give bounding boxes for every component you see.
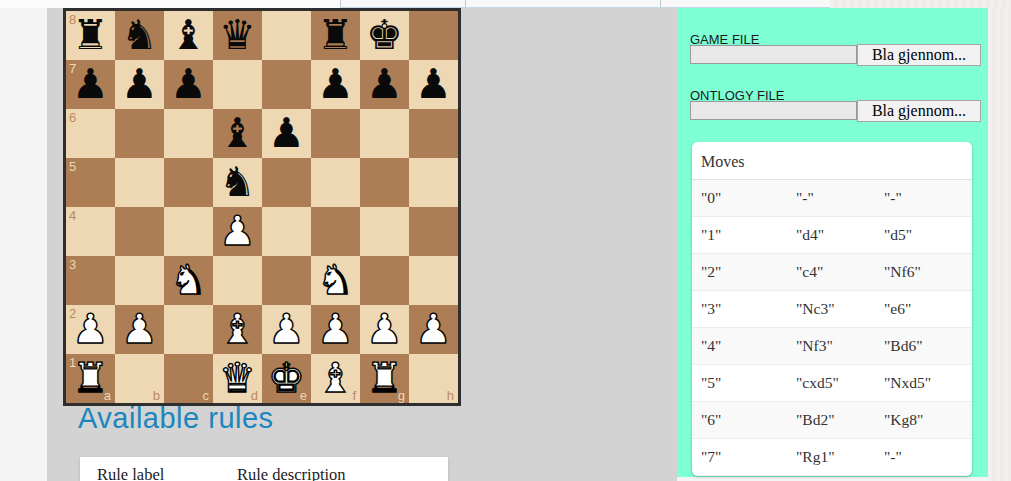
rank-label-7: 7 [69,62,76,75]
square-e4 [262,207,311,256]
square-f3: ♞ [311,256,360,305]
black-move: "Kg8" [884,411,972,429]
square-c3: ♞ [164,256,213,305]
square-c4 [164,207,213,256]
square-h1: h [409,354,458,403]
file-label-e: e [300,389,307,402]
move-number: "5" [701,374,796,392]
white-move: "d4" [796,226,884,244]
file-label-c: c [203,389,210,402]
chess-board: 8♜♞♝♛♜♚7♟♟♟♟♟♟6♝♟5♞4♟3♞♞2♟♟♝♟♟♟♟1a♜bcd♛e… [63,8,461,406]
square-d4: ♟ [213,207,262,256]
square-b8: ♞ [115,11,164,60]
square-b4 [115,207,164,256]
square-e6: ♟ [262,109,311,158]
black-move: "Nxd5" [884,374,972,392]
square-d2: ♝ [213,305,262,354]
file-label-f: f [352,389,356,402]
square-e3 [262,256,311,305]
square-g4 [360,207,409,256]
square-e1: e♚ [262,354,311,403]
piece-black-pawn-h7: ♟ [415,60,452,109]
black-move: "e6" [884,300,972,318]
move-row-0: "0""-""-" [692,180,972,217]
move-number: "1" [701,226,796,244]
square-b6 [115,109,164,158]
file-label-h: h [447,389,454,402]
piece-black-pawn-a7: ♟ [72,60,109,109]
square-c2 [164,305,213,354]
white-move: "Rg1" [796,448,884,466]
piece-white-knight-c3: ♞ [170,256,207,305]
header-strip-left [0,0,340,8]
move-number: "6" [701,411,796,429]
piece-white-pawn-d4: ♟ [219,207,256,256]
piece-black-bishop-c8: ♝ [170,11,207,60]
move-row-3: "3""Nc3""e6" [692,291,972,328]
square-e7 [262,60,311,109]
square-b3 [115,256,164,305]
rank-label-1: 1 [69,356,76,369]
square-e8 [262,11,311,60]
square-f4 [311,207,360,256]
move-number: "2" [701,263,796,281]
square-f7: ♟ [311,60,360,109]
rules-table: Rule label Rule description [80,457,448,481]
move-number: "4" [701,337,796,355]
black-move: "Bd6" [884,337,972,355]
square-a4: 4 [66,207,115,256]
move-row-4: "4""Nf3""Bd6" [692,328,972,365]
file-label-b: b [153,389,160,402]
square-h5 [409,158,458,207]
move-number: "3" [701,300,796,318]
piece-black-pawn-f7: ♟ [317,60,354,109]
header-strip-cell [465,0,661,8]
piece-black-knight-b8: ♞ [121,11,158,60]
rank-label-8: 8 [69,13,76,26]
square-g3 [360,256,409,305]
move-row-1: "1""d4""d5" [692,217,972,254]
square-e2: ♟ [262,305,311,354]
square-g8: ♚ [360,11,409,60]
square-d1: d♛ [213,354,262,403]
file-label-d: d [251,389,258,402]
piece-black-rook-a8: ♜ [72,11,109,60]
square-c1: c [164,354,213,403]
piece-white-pawn-f2: ♟ [317,305,354,354]
piece-white-pawn-e2: ♟ [268,305,305,354]
square-h6 [409,109,458,158]
square-b2: ♟ [115,305,164,354]
square-f5 [311,158,360,207]
white-move: "Bd2" [796,411,884,429]
rules-column-label: Rule label [97,465,237,481]
square-f6 [311,109,360,158]
piece-white-bishop-f1: ♝ [317,354,354,403]
header-strip-cell [340,0,466,8]
move-row-5: "5""cxd5""Nxd5" [692,365,972,402]
piece-black-bishop-d6: ♝ [219,109,256,158]
moves-table-body: "0""-""-""1""d4""d5""2""c4""Nf6""3""Nc3"… [692,180,972,476]
square-a7: 7♟ [66,60,115,109]
moves-table: Moves "0""-""-""1""d4""d5""2""c4""Nf6""3… [692,142,972,476]
right-margin [988,8,1011,481]
rank-label-6: 6 [69,111,76,124]
square-h7: ♟ [409,60,458,109]
square-a8: 8♜ [66,11,115,60]
white-move: "Nc3" [796,300,884,318]
rank-label-4: 4 [69,209,76,222]
move-row-7: "7""Rg1""-" [692,439,972,476]
piece-black-pawn-c7: ♟ [170,60,207,109]
side-panel: GAME FILE Bla gjennom... ONTLOGY FILE Bl… [677,8,988,477]
piece-black-king-g8: ♚ [366,11,403,60]
square-f8: ♜ [311,11,360,60]
piece-white-pawn-b2: ♟ [121,305,158,354]
white-move: "c4" [796,263,884,281]
square-g2: ♟ [360,305,409,354]
square-a1: 1a♜ [66,354,115,403]
square-g6 [360,109,409,158]
ontology-file-input[interactable] [690,101,857,120]
rules-column-description: Rule description [237,465,448,481]
square-d5: ♞ [213,158,262,207]
square-b7: ♟ [115,60,164,109]
square-a2: 2♟ [66,305,115,354]
move-number: "0" [701,189,796,207]
black-move: "Nf6" [884,263,972,281]
piece-white-knight-f3: ♞ [317,256,354,305]
square-g7: ♟ [360,60,409,109]
piece-white-pawn-g2: ♟ [366,305,403,354]
square-h4 [409,207,458,256]
piece-black-rook-f8: ♜ [317,11,354,60]
square-g1: g♜ [360,354,409,403]
file-label-a: a [104,389,111,402]
square-g5 [360,158,409,207]
file-label-g: g [398,389,405,402]
piece-black-knight-d5: ♞ [219,158,256,207]
rank-label-3: 3 [69,258,76,271]
rank-label-5: 5 [69,160,76,173]
piece-black-pawn-b7: ♟ [121,60,158,109]
white-move: "-" [796,189,884,207]
black-move: "-" [884,448,972,466]
square-a5: 5 [66,158,115,207]
move-number: "7" [701,448,796,466]
square-a6: 6 [66,109,115,158]
move-row-2: "2""c4""Nf6" [692,254,972,291]
square-f1: f♝ [311,354,360,403]
square-c8: ♝ [164,11,213,60]
square-c5 [164,158,213,207]
rank-label-2: 2 [69,307,76,320]
piece-black-pawn-e6: ♟ [268,109,305,158]
header-strip-right [830,0,1011,8]
square-h2: ♟ [409,305,458,354]
header-strip-cell [660,0,831,8]
square-d8: ♛ [213,11,262,60]
black-move: "d5" [884,226,972,244]
square-d3 [213,256,262,305]
piece-white-pawn-a2: ♟ [72,305,109,354]
square-c7: ♟ [164,60,213,109]
square-c6 [164,109,213,158]
white-move: "Nf3" [796,337,884,355]
white-move: "cxd5" [796,374,884,392]
ontology-file-browse-button[interactable]: Bla gjennom... [857,100,981,122]
square-b1: b [115,354,164,403]
game-file-browse-button[interactable]: Bla gjennom... [857,44,981,66]
square-f2: ♟ [311,305,360,354]
square-e5 [262,158,311,207]
square-a3: 3 [66,256,115,305]
piece-black-queen-d8: ♛ [219,11,256,60]
piece-white-pawn-h2: ♟ [415,305,452,354]
move-row-6: "6""Bd2""Kg8" [692,402,972,439]
square-h3 [409,256,458,305]
moves-table-title: Moves [692,142,972,180]
square-d6: ♝ [213,109,262,158]
square-d7 [213,60,262,109]
black-move: "-" [884,189,972,207]
piece-white-bishop-d2: ♝ [219,305,256,354]
piece-black-pawn-g7: ♟ [366,60,403,109]
available-rules-heading: Available rules [78,402,274,435]
square-b5 [115,158,164,207]
square-h8 [409,11,458,60]
game-file-input[interactable] [690,45,857,64]
